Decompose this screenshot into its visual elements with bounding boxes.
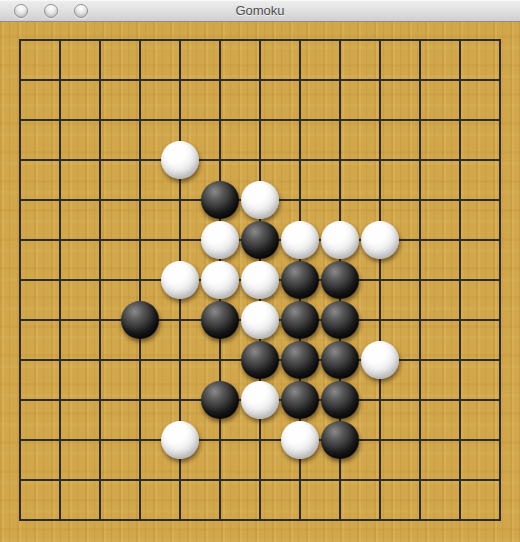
stone-white <box>361 221 399 259</box>
stone-black <box>321 381 359 419</box>
stone-black <box>241 221 279 259</box>
stone-white <box>321 221 359 259</box>
stone-black <box>281 261 319 299</box>
stone-black <box>241 341 279 379</box>
stone-black <box>321 261 359 299</box>
stone-black <box>281 341 319 379</box>
stone-black <box>201 381 239 419</box>
stone-black <box>121 301 159 339</box>
stone-white <box>161 141 199 179</box>
stone-black <box>201 181 239 219</box>
stone-black <box>321 301 359 339</box>
stone-white <box>241 181 279 219</box>
gomoku-window: Gomoku <box>0 0 520 542</box>
stone-white <box>201 261 239 299</box>
stone-black <box>281 381 319 419</box>
stone-black <box>201 301 239 339</box>
stone-black <box>321 421 359 459</box>
stone-white <box>161 261 199 299</box>
window-title: Gomoku <box>0 0 520 22</box>
stone-white <box>241 301 279 339</box>
stone-black <box>281 301 319 339</box>
stone-black <box>321 341 359 379</box>
stone-white <box>281 221 319 259</box>
stone-white <box>241 381 279 419</box>
stone-white <box>161 421 199 459</box>
title-bar[interactable]: Gomoku <box>0 0 520 22</box>
stone-white <box>201 221 239 259</box>
stone-white <box>281 421 319 459</box>
stone-white <box>361 341 399 379</box>
gomoku-board[interactable] <box>0 22 520 542</box>
stone-white <box>241 261 279 299</box>
